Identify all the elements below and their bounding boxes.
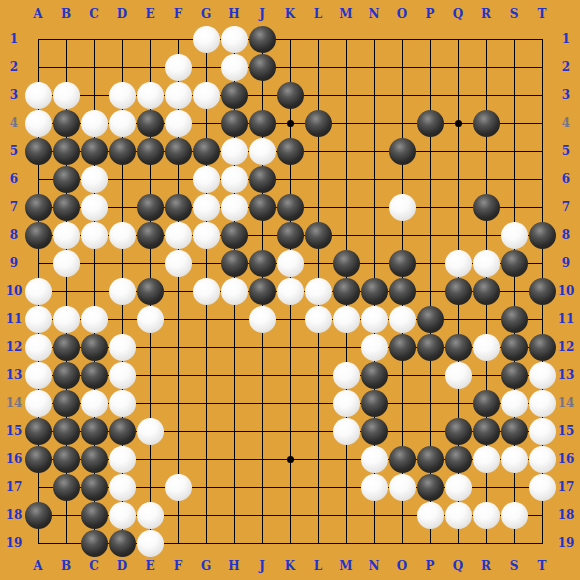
stone-black-E5[interactable] [137, 138, 164, 165]
stone-white-T17[interactable] [529, 474, 556, 501]
row-label-left: 17 [6, 480, 23, 494]
row-label-left: 15 [6, 424, 23, 438]
stone-black-E7[interactable] [137, 194, 164, 221]
stone-white-T16[interactable] [529, 446, 556, 473]
stone-black-C13[interactable] [81, 362, 108, 389]
stone-black-A8[interactable] [25, 222, 52, 249]
stone-white-S8[interactable] [501, 222, 528, 249]
row-label-left: 14 [6, 396, 23, 410]
stone-white-D8[interactable] [109, 222, 136, 249]
stone-white-A14[interactable] [25, 390, 52, 417]
stone-white-G3[interactable] [193, 82, 220, 109]
stone-white-E3[interactable] [137, 82, 164, 109]
stone-white-N17[interactable] [361, 474, 388, 501]
stone-black-N10[interactable] [361, 278, 388, 305]
stone-black-O5[interactable] [389, 138, 416, 165]
column-label-top: K [285, 7, 295, 21]
stone-black-D19[interactable] [109, 530, 136, 557]
stone-black-T12[interactable] [529, 334, 556, 361]
stone-black-S9[interactable] [501, 250, 528, 277]
stone-white-G10[interactable] [193, 278, 220, 305]
stone-black-L8[interactable] [305, 222, 332, 249]
stone-black-H3[interactable] [221, 82, 248, 109]
stone-white-G6[interactable] [193, 166, 220, 193]
stone-white-N12[interactable] [361, 334, 388, 361]
row-label-right: 9 [562, 256, 570, 270]
stone-black-A15[interactable] [25, 418, 52, 445]
stone-black-P16[interactable] [417, 446, 444, 473]
stone-white-A11[interactable] [25, 306, 52, 333]
row-label-left: 4 [10, 116, 18, 130]
stone-black-Q16[interactable] [445, 446, 472, 473]
stone-white-N16[interactable] [361, 446, 388, 473]
stone-white-D16[interactable] [109, 446, 136, 473]
stone-black-P12[interactable] [417, 334, 444, 361]
column-label-bottom: G [201, 559, 211, 573]
row-label-right: 14 [558, 396, 575, 410]
stone-black-O9[interactable] [389, 250, 416, 277]
stone-black-J6[interactable] [249, 166, 276, 193]
stone-white-A4[interactable] [25, 110, 52, 137]
stone-white-L10[interactable] [305, 278, 332, 305]
stone-black-C15[interactable] [81, 418, 108, 445]
column-label-bottom: K [285, 559, 295, 573]
stone-white-E18[interactable] [137, 502, 164, 529]
stone-white-C8[interactable] [81, 222, 108, 249]
stone-white-R12[interactable] [473, 334, 500, 361]
stone-black-B12[interactable] [53, 334, 80, 361]
stone-white-O11[interactable] [389, 306, 416, 333]
stone-black-K7[interactable] [277, 194, 304, 221]
stone-white-D12[interactable] [109, 334, 136, 361]
stone-black-C19[interactable] [81, 530, 108, 557]
stone-black-E10[interactable] [137, 278, 164, 305]
stone-white-L11[interactable] [305, 306, 332, 333]
row-label-left: 5 [10, 144, 18, 158]
stone-black-D5[interactable] [109, 138, 136, 165]
stone-black-C5[interactable] [81, 138, 108, 165]
column-label-bottom: T [538, 559, 547, 573]
stone-black-K3[interactable] [277, 82, 304, 109]
row-label-left: 2 [10, 60, 18, 74]
stone-black-A5[interactable] [25, 138, 52, 165]
stone-white-G7[interactable] [193, 194, 220, 221]
stone-white-M13[interactable] [333, 362, 360, 389]
stone-white-J5[interactable] [249, 138, 276, 165]
stone-black-K8[interactable] [277, 222, 304, 249]
row-label-left: 8 [10, 228, 18, 242]
stone-black-B14[interactable] [53, 390, 80, 417]
stone-black-A18[interactable] [25, 502, 52, 529]
stone-white-C4[interactable] [81, 110, 108, 137]
column-label-bottom: P [425, 559, 434, 573]
stone-white-A12[interactable] [25, 334, 52, 361]
stone-white-Q9[interactable] [445, 250, 472, 277]
row-label-right: 18 [558, 508, 575, 522]
stone-white-K9[interactable] [277, 250, 304, 277]
stone-white-D3[interactable] [109, 82, 136, 109]
row-label-right: 19 [558, 536, 575, 550]
stone-white-S16[interactable] [501, 446, 528, 473]
stone-white-B9[interactable] [53, 250, 80, 277]
row-label-left: 11 [6, 312, 23, 326]
row-label-right: 2 [562, 60, 570, 74]
stone-black-A16[interactable] [25, 446, 52, 473]
column-label-top: N [369, 7, 380, 21]
column-label-bottom: R [481, 559, 491, 573]
column-label-bottom: O [397, 559, 407, 573]
stone-white-F9[interactable] [165, 250, 192, 277]
row-label-right: 11 [558, 312, 575, 326]
stone-black-O10[interactable] [389, 278, 416, 305]
stone-black-J1[interactable] [249, 26, 276, 53]
stone-black-B4[interactable] [53, 110, 80, 137]
stone-white-M14[interactable] [333, 390, 360, 417]
row-label-left: 19 [6, 536, 23, 550]
stone-black-B5[interactable] [53, 138, 80, 165]
stone-black-R15[interactable] [473, 418, 500, 445]
row-label-left: 7 [10, 200, 18, 214]
stone-black-M9[interactable] [333, 250, 360, 277]
stone-black-Q10[interactable] [445, 278, 472, 305]
stone-white-D17[interactable] [109, 474, 136, 501]
stone-white-A3[interactable] [25, 82, 52, 109]
stone-black-H9[interactable] [221, 250, 248, 277]
column-label-top: G [201, 7, 211, 21]
row-label-right: 10 [558, 284, 575, 298]
stone-black-J10[interactable] [249, 278, 276, 305]
stone-black-J2[interactable] [249, 54, 276, 81]
stone-black-S13[interactable] [501, 362, 528, 389]
row-label-right: 1 [562, 32, 570, 46]
stone-black-E8[interactable] [137, 222, 164, 249]
stone-black-F5[interactable] [165, 138, 192, 165]
stone-black-B17[interactable] [53, 474, 80, 501]
row-label-left: 16 [6, 452, 23, 466]
column-label-top: A [33, 7, 42, 21]
column-label-top: S [510, 7, 519, 21]
column-label-top: L [314, 7, 322, 21]
stone-black-F7[interactable] [165, 194, 192, 221]
column-label-top: J [259, 7, 265, 21]
column-label-top: O [397, 7, 407, 21]
column-label-bottom: M [339, 559, 352, 573]
row-label-right: 8 [562, 228, 570, 242]
stone-black-R4[interactable] [473, 110, 500, 137]
column-label-bottom: A [33, 559, 42, 573]
row-label-left: 10 [6, 284, 23, 298]
column-label-bottom: S [510, 559, 519, 573]
stone-white-C7[interactable] [81, 194, 108, 221]
row-label-left: 9 [10, 256, 18, 270]
column-label-bottom: E [145, 559, 154, 573]
stone-black-J9[interactable] [249, 250, 276, 277]
stone-black-O12[interactable] [389, 334, 416, 361]
stone-black-E4[interactable] [137, 110, 164, 137]
stone-white-Q18[interactable] [445, 502, 472, 529]
stone-white-O7[interactable] [389, 194, 416, 221]
stone-white-B8[interactable] [53, 222, 80, 249]
stone-white-O17[interactable] [389, 474, 416, 501]
column-label-top: Q [453, 7, 463, 21]
stone-white-E15[interactable] [137, 418, 164, 445]
row-label-right: 16 [558, 452, 575, 466]
stone-white-R16[interactable] [473, 446, 500, 473]
stone-white-C11[interactable] [81, 306, 108, 333]
stone-white-H6[interactable] [221, 166, 248, 193]
stone-black-C12[interactable] [81, 334, 108, 361]
stone-white-F4[interactable] [165, 110, 192, 137]
column-label-top: P [425, 7, 434, 21]
stone-white-A10[interactable] [25, 278, 52, 305]
stone-white-D13[interactable] [109, 362, 136, 389]
stone-black-O16[interactable] [389, 446, 416, 473]
stone-black-J7[interactable] [249, 194, 276, 221]
stone-white-H1[interactable] [221, 26, 248, 53]
stone-black-B6[interactable] [53, 166, 80, 193]
star-point [287, 456, 294, 463]
stone-white-D18[interactable] [109, 502, 136, 529]
stone-white-C14[interactable] [81, 390, 108, 417]
star-point [287, 120, 294, 127]
stone-white-F17[interactable] [165, 474, 192, 501]
column-label-top: C [89, 7, 99, 21]
grid-line [38, 319, 543, 320]
stone-black-M10[interactable] [333, 278, 360, 305]
stone-black-B15[interactable] [53, 418, 80, 445]
stone-black-S15[interactable] [501, 418, 528, 445]
column-label-bottom: L [314, 559, 322, 573]
stone-black-R7[interactable] [473, 194, 500, 221]
column-label-top: M [339, 7, 352, 21]
stone-black-S11[interactable] [501, 306, 528, 333]
stone-black-B7[interactable] [53, 194, 80, 221]
stone-white-H7[interactable] [221, 194, 248, 221]
stone-black-Q15[interactable] [445, 418, 472, 445]
stone-black-G5[interactable] [193, 138, 220, 165]
stone-black-R10[interactable] [473, 278, 500, 305]
stone-white-J11[interactable] [249, 306, 276, 333]
column-label-top: E [145, 7, 154, 21]
stone-black-B16[interactable] [53, 446, 80, 473]
stone-white-S14[interactable] [501, 390, 528, 417]
row-label-right: 13 [558, 368, 575, 382]
stone-white-K10[interactable] [277, 278, 304, 305]
stone-black-T10[interactable] [529, 278, 556, 305]
column-label-bottom: B [61, 559, 71, 573]
stone-black-P4[interactable] [417, 110, 444, 137]
stone-black-K5[interactable] [277, 138, 304, 165]
column-label-bottom: J [259, 559, 265, 573]
go-board[interactable]: AABBCCDDEEFFGGHHJJKKLLMMNNOOPPQQRRSSTT11… [0, 0, 580, 580]
row-label-right: 15 [558, 424, 575, 438]
stone-white-Q17[interactable] [445, 474, 472, 501]
row-label-right: 17 [558, 480, 575, 494]
stone-black-S12[interactable] [501, 334, 528, 361]
stone-white-B11[interactable] [53, 306, 80, 333]
stone-white-G8[interactable] [193, 222, 220, 249]
stone-white-N11[interactable] [361, 306, 388, 333]
stone-white-P18[interactable] [417, 502, 444, 529]
column-label-top: D [117, 7, 127, 21]
row-label-left: 3 [10, 88, 18, 102]
column-label-bottom: D [117, 559, 127, 573]
stone-white-S18[interactable] [501, 502, 528, 529]
stone-white-R18[interactable] [473, 502, 500, 529]
stone-black-B13[interactable] [53, 362, 80, 389]
column-label-bottom: Q [453, 559, 463, 573]
stone-white-C6[interactable] [81, 166, 108, 193]
column-label-top: H [228, 7, 239, 21]
stone-white-D10[interactable] [109, 278, 136, 305]
stone-black-C18[interactable] [81, 502, 108, 529]
row-label-right: 4 [562, 116, 570, 130]
column-label-bottom: C [89, 559, 99, 573]
stone-black-L4[interactable] [305, 110, 332, 137]
row-label-right: 5 [562, 144, 570, 158]
stone-black-H4[interactable] [221, 110, 248, 137]
row-label-left: 18 [6, 508, 23, 522]
star-point [455, 120, 462, 127]
column-label-bottom: H [228, 559, 239, 573]
stone-white-A13[interactable] [25, 362, 52, 389]
column-label-top: R [481, 7, 491, 21]
stone-white-M15[interactable] [333, 418, 360, 445]
stone-black-H8[interactable] [221, 222, 248, 249]
stone-white-D14[interactable] [109, 390, 136, 417]
row-label-left: 1 [10, 32, 18, 46]
stone-white-M11[interactable] [333, 306, 360, 333]
stone-black-N15[interactable] [361, 418, 388, 445]
stone-white-F2[interactable] [165, 54, 192, 81]
stone-black-J4[interactable] [249, 110, 276, 137]
column-label-bottom: F [174, 559, 183, 573]
row-label-right: 7 [562, 200, 570, 214]
row-label-left: 6 [10, 172, 18, 186]
row-label-right: 12 [558, 340, 575, 354]
stone-black-T8[interactable] [529, 222, 556, 249]
stone-black-N14[interactable] [361, 390, 388, 417]
stone-black-N13[interactable] [361, 362, 388, 389]
stone-white-H10[interactable] [221, 278, 248, 305]
stone-white-F3[interactable] [165, 82, 192, 109]
row-label-right: 6 [562, 172, 570, 186]
stone-white-E19[interactable] [137, 530, 164, 557]
stone-black-D15[interactable] [109, 418, 136, 445]
row-label-left: 13 [6, 368, 23, 382]
column-label-top: T [538, 7, 547, 21]
stone-white-D4[interactable] [109, 110, 136, 137]
stone-white-T15[interactable] [529, 418, 556, 445]
column-label-top: F [174, 7, 183, 21]
stone-black-C17[interactable] [81, 474, 108, 501]
stone-white-Q13[interactable] [445, 362, 472, 389]
stone-black-C16[interactable] [81, 446, 108, 473]
stone-black-P17[interactable] [417, 474, 444, 501]
column-label-top: B [61, 7, 71, 21]
stone-white-F8[interactable] [165, 222, 192, 249]
stone-white-B3[interactable] [53, 82, 80, 109]
row-label-left: 12 [6, 340, 23, 354]
stone-white-H5[interactable] [221, 138, 248, 165]
stone-white-R9[interactable] [473, 250, 500, 277]
column-label-bottom: N [369, 559, 380, 573]
stone-black-P11[interactable] [417, 306, 444, 333]
stone-black-R14[interactable] [473, 390, 500, 417]
stone-white-T14[interactable] [529, 390, 556, 417]
row-label-right: 3 [562, 88, 570, 102]
stone-white-G1[interactable] [193, 26, 220, 53]
stone-white-T13[interactable] [529, 362, 556, 389]
stone-black-A7[interactable] [25, 194, 52, 221]
stone-black-Q12[interactable] [445, 334, 472, 361]
stone-white-E11[interactable] [137, 306, 164, 333]
stone-white-H2[interactable] [221, 54, 248, 81]
